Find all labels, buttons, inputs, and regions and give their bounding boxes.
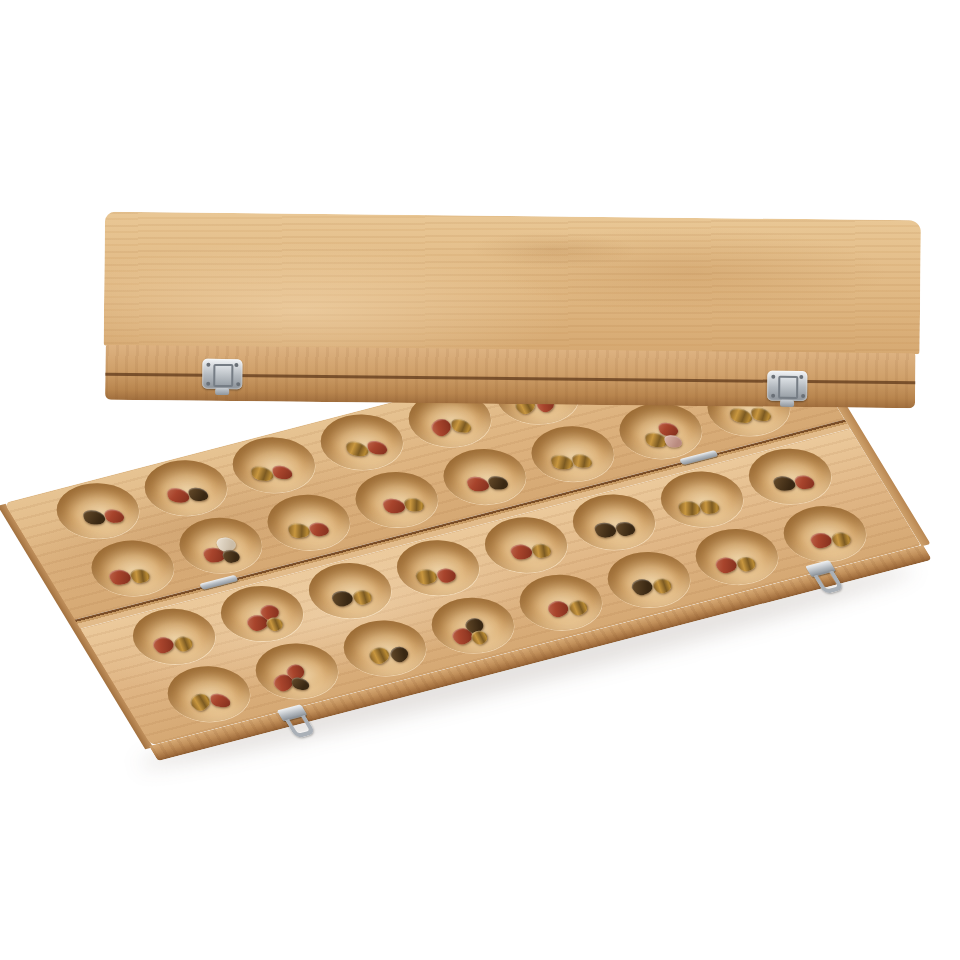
stone-tiger (187, 690, 213, 713)
latch-clasp (778, 376, 798, 399)
stone-tiger (733, 554, 758, 573)
pit-r1c3 (220, 429, 327, 500)
pit-r4c7 (683, 521, 790, 592)
pit-r2c6 (519, 418, 626, 489)
latch-tab (780, 400, 794, 407)
pit-r4c1 (155, 658, 262, 729)
stone-dark (485, 475, 509, 489)
stone-red (380, 498, 406, 514)
pit-r4c2 (243, 635, 350, 706)
case-latch-left (202, 359, 242, 395)
case-latch-right (767, 371, 807, 407)
pit-r4c5 (507, 567, 614, 638)
pit-r2c3 (255, 487, 362, 558)
stone-dark (628, 577, 655, 598)
stone-tiger (170, 633, 195, 653)
stone-red (209, 692, 231, 708)
stone-red (712, 555, 740, 575)
stone-dark (591, 521, 618, 539)
stone-tiger (565, 597, 590, 617)
pit-r4c6 (595, 544, 702, 615)
stone-tiger (349, 587, 374, 606)
stone-red (807, 531, 834, 551)
stone-tiger (127, 567, 152, 585)
stone-red (366, 440, 388, 455)
pit-r4c4 (419, 590, 526, 661)
latch-clasp (213, 364, 233, 387)
stone-dark (387, 643, 411, 664)
pit-r1c4 (308, 406, 415, 477)
stone-tiger (450, 418, 472, 434)
stone-tiger (249, 466, 274, 482)
stone-dark (612, 520, 637, 537)
stone-red (106, 568, 133, 586)
pit-r2c1 (79, 533, 186, 604)
stone-tiger (676, 500, 703, 517)
stone-red (165, 488, 190, 503)
stone-red (428, 416, 454, 439)
stone-red (465, 477, 491, 492)
stone-tiger (728, 407, 752, 424)
closed-wooden-case (103, 212, 921, 409)
pit-r2c5 (431, 441, 538, 512)
pit-r1c2 (132, 452, 239, 523)
stone-tiger (401, 497, 425, 512)
stone-red (270, 465, 293, 479)
latch-tab (215, 388, 229, 395)
stone-dark (81, 510, 107, 524)
stone-dark (771, 476, 798, 492)
stone-tiger (649, 575, 674, 595)
stone-red (306, 521, 330, 537)
pit-r4c8 (771, 498, 878, 569)
stone-dark (220, 548, 242, 564)
pit-r2c4 (343, 464, 450, 535)
pit-r1c1 (44, 475, 151, 546)
stone-tiger (749, 407, 771, 422)
stone-tiger (285, 522, 312, 539)
stone-dark (328, 588, 356, 608)
stone-tiger (365, 644, 392, 667)
stone-tiger (345, 440, 369, 457)
pit-r2c2 (167, 510, 274, 581)
stone-tiger (549, 455, 574, 470)
case-lid-top (104, 212, 921, 355)
stone-tiger (697, 498, 722, 514)
stone-red (102, 509, 126, 523)
stone-red (507, 543, 534, 562)
stone-red (792, 474, 816, 490)
pit-r4c3 (331, 612, 438, 683)
stone-tiger (412, 567, 439, 586)
stone-tiger (828, 529, 853, 548)
stone-red (544, 598, 571, 620)
stone-red (149, 634, 176, 655)
stone-tiger (528, 541, 553, 559)
product-photo-scene (0, 0, 960, 960)
stone-red (433, 566, 458, 584)
stone-dark (290, 677, 309, 691)
